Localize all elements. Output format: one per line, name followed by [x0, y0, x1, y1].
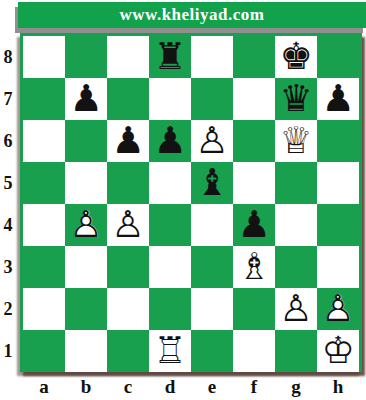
piece-white-queen[interactable]: ♕	[279, 120, 312, 162]
square-c4[interactable]: ♟♙	[107, 204, 149, 246]
square-a5[interactable]	[23, 162, 65, 204]
square-d2[interactable]	[149, 288, 191, 330]
piece-white-pawn[interactable]: ♙	[321, 288, 354, 330]
square-f5[interactable]	[233, 162, 275, 204]
piece-black-pawn[interactable]: ♟	[111, 120, 144, 162]
square-a3[interactable]	[23, 246, 65, 288]
file-label-h: h	[317, 375, 359, 399]
file-label-g: g	[275, 375, 317, 399]
square-d7[interactable]	[149, 78, 191, 120]
square-d3[interactable]	[149, 246, 191, 288]
square-f2[interactable]	[233, 288, 275, 330]
square-g1[interactable]	[275, 330, 317, 372]
square-a1[interactable]	[23, 330, 65, 372]
square-h2[interactable]: ♟♙	[317, 288, 359, 330]
square-c5[interactable]	[107, 162, 149, 204]
square-e3[interactable]	[191, 246, 233, 288]
square-h4[interactable]	[317, 204, 359, 246]
file-label-b: b	[65, 375, 107, 399]
file-label-a: a	[23, 375, 65, 399]
square-h1[interactable]: ♚♔	[317, 330, 359, 372]
square-h6[interactable]	[317, 120, 359, 162]
rank-label-8: 8	[0, 36, 16, 78]
piece-white-pawn[interactable]: ♙	[111, 204, 144, 246]
rank-label-2: 2	[0, 288, 16, 330]
rank-label-6: 6	[0, 120, 16, 162]
square-d4[interactable]	[149, 204, 191, 246]
square-e6[interactable]: ♟♙	[191, 120, 233, 162]
piece-black-pawn[interactable]: ♟	[321, 78, 354, 120]
chess-board-frame: ♜♚♟♛♟♟♟♟♙♛♕♝♟♙♟♙♟♝♗♟♙♟♙♜♖♚♔	[20, 33, 362, 372]
site-banner-text: www.kheliyad.com	[120, 5, 265, 25]
square-a7[interactable]	[23, 78, 65, 120]
piece-white-bishop[interactable]: ♗	[237, 246, 270, 288]
square-e4[interactable]	[191, 204, 233, 246]
square-f3[interactable]: ♝♗	[233, 246, 275, 288]
square-f8[interactable]	[233, 36, 275, 78]
square-e8[interactable]	[191, 36, 233, 78]
square-b7[interactable]: ♟	[65, 78, 107, 120]
square-b5[interactable]	[65, 162, 107, 204]
square-a6[interactable]	[23, 120, 65, 162]
square-h5[interactable]	[317, 162, 359, 204]
piece-white-rook[interactable]: ♖	[153, 330, 186, 372]
file-label-e: e	[191, 375, 233, 399]
piece-black-rook[interactable]: ♜	[153, 36, 186, 78]
square-c7[interactable]	[107, 78, 149, 120]
square-f1[interactable]	[233, 330, 275, 372]
square-h3[interactable]	[317, 246, 359, 288]
file-label-d: d	[149, 375, 191, 399]
square-g2[interactable]: ♟♙	[275, 288, 317, 330]
piece-black-king[interactable]: ♚	[279, 36, 312, 78]
square-e2[interactable]	[191, 288, 233, 330]
square-g7[interactable]: ♛	[275, 78, 317, 120]
rank-label-1: 1	[0, 330, 16, 372]
square-g6[interactable]: ♛♕	[275, 120, 317, 162]
rank-label-7: 7	[0, 78, 16, 120]
square-g3[interactable]	[275, 246, 317, 288]
piece-white-pawn[interactable]: ♙	[279, 288, 312, 330]
rank-label-4: 4	[0, 204, 16, 246]
square-b2[interactable]	[65, 288, 107, 330]
site-banner: www.kheliyad.com	[18, 2, 366, 28]
square-f7[interactable]	[233, 78, 275, 120]
square-c8[interactable]	[107, 36, 149, 78]
file-label-c: c	[107, 375, 149, 399]
piece-black-queen[interactable]: ♛	[279, 78, 312, 120]
square-b6[interactable]	[65, 120, 107, 162]
chess-board: ♜♚♟♛♟♟♟♟♙♛♕♝♟♙♟♙♟♝♗♟♙♟♙♜♖♚♔	[23, 36, 359, 372]
square-g5[interactable]	[275, 162, 317, 204]
piece-black-bishop[interactable]: ♝	[195, 162, 228, 204]
square-c6[interactable]: ♟	[107, 120, 149, 162]
piece-black-pawn[interactable]: ♟	[153, 120, 186, 162]
square-b4[interactable]: ♟♙	[65, 204, 107, 246]
piece-black-pawn[interactable]: ♟	[69, 78, 102, 120]
square-d1[interactable]: ♜♖	[149, 330, 191, 372]
piece-white-pawn[interactable]: ♙	[195, 120, 228, 162]
piece-black-pawn[interactable]: ♟	[237, 204, 270, 246]
square-f6[interactable]	[233, 120, 275, 162]
square-e5[interactable]: ♝	[191, 162, 233, 204]
square-a4[interactable]	[23, 204, 65, 246]
square-d6[interactable]: ♟	[149, 120, 191, 162]
rank-label-3: 3	[0, 246, 16, 288]
square-g4[interactable]	[275, 204, 317, 246]
square-b3[interactable]	[65, 246, 107, 288]
square-c1[interactable]	[107, 330, 149, 372]
rank-label-5: 5	[0, 162, 16, 204]
square-d8[interactable]: ♜	[149, 36, 191, 78]
square-f4[interactable]: ♟	[233, 204, 275, 246]
piece-white-pawn[interactable]: ♙	[69, 204, 102, 246]
square-b8[interactable]	[65, 36, 107, 78]
square-a2[interactable]	[23, 288, 65, 330]
square-c2[interactable]	[107, 288, 149, 330]
square-b1[interactable]	[65, 330, 107, 372]
file-label-f: f	[233, 375, 275, 399]
square-a8[interactable]	[23, 36, 65, 78]
piece-white-king[interactable]: ♔	[321, 330, 354, 372]
square-c3[interactable]	[107, 246, 149, 288]
square-h7[interactable]: ♟	[317, 78, 359, 120]
square-e1[interactable]	[191, 330, 233, 372]
square-h8[interactable]	[317, 36, 359, 78]
square-d5[interactable]	[149, 162, 191, 204]
square-g8[interactable]: ♚	[275, 36, 317, 78]
square-e7[interactable]	[191, 78, 233, 120]
